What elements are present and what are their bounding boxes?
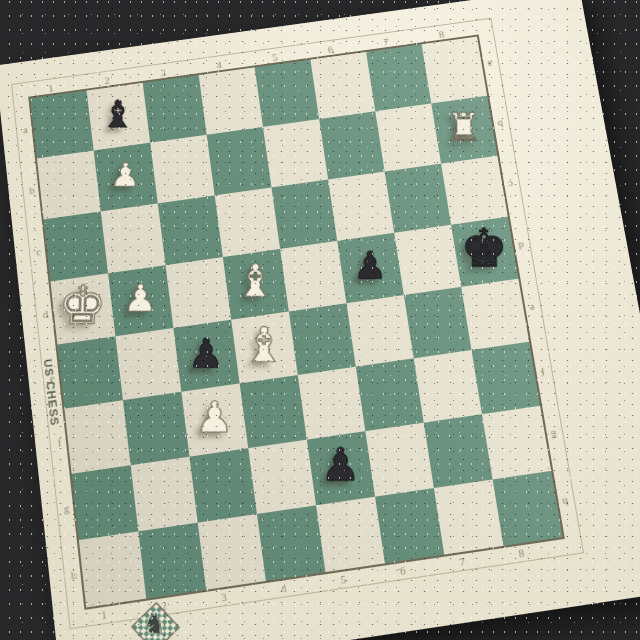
piece-black-pawn-e3: ♟ — [188, 333, 225, 373]
piece-white-pawn-b2: ♟ — [110, 159, 141, 192]
photo-backdrop: 12345678 12345678 abcdefgh abcdefgh US C… — [0, 0, 640, 640]
square-b1 — [37, 151, 101, 220]
knight-logo-icon: ♞ — [141, 606, 170, 640]
piece-white-pawn-f3: ♟ — [195, 396, 234, 439]
square-d7 — [394, 225, 461, 295]
piece-black-king-d8: ♚ — [460, 222, 509, 274]
square-f2 — [123, 392, 190, 465]
us-chess-logo: ♞ — [128, 598, 182, 640]
piece-black-pawn-d6: ♟ — [353, 247, 387, 285]
square-a7 — [366, 44, 431, 111]
square-e2 — [115, 328, 181, 400]
square-a4 — [199, 67, 263, 134]
square-f8 — [471, 342, 540, 414]
square-h1 — [79, 531, 146, 607]
square-g7 — [424, 414, 493, 488]
square-c2 — [101, 203, 166, 273]
square-a5 — [255, 60, 320, 127]
square-a6 — [310, 52, 375, 119]
square-e5 — [289, 303, 356, 375]
square-c1 — [44, 211, 108, 281]
square-b5 — [263, 119, 328, 187]
square-d3 — [166, 257, 232, 328]
piece-white-king-d1: ♚ — [57, 279, 107, 332]
square-f7 — [414, 350, 482, 423]
square-c8 — [441, 156, 508, 225]
square-b4 — [207, 127, 272, 196]
square-b6 — [319, 111, 384, 179]
square-c7 — [385, 164, 451, 233]
square-d5 — [280, 241, 346, 312]
square-g8 — [482, 406, 551, 480]
piece-white-bishop-d4: ♝ — [235, 259, 276, 304]
vinyl-chess-mat: 12345678 12345678 abcdefgh abcdefgh US C… — [0, 0, 640, 640]
square-b3 — [150, 135, 214, 204]
piece-black-pawn-g5: ♟ — [320, 443, 360, 488]
square-e8 — [461, 279, 529, 350]
square-b7 — [375, 103, 441, 171]
piece-white-pawn-d2: ♟ — [123, 280, 158, 318]
square-a8 — [422, 37, 488, 104]
square-c5 — [271, 179, 337, 248]
square-f4 — [240, 375, 307, 448]
square-h3 — [198, 514, 266, 590]
square-h6 — [375, 488, 444, 563]
square-h2 — [138, 523, 206, 599]
square-c4 — [215, 187, 280, 257]
chess-board-grid: ♝♟♜♚♟♝♟♚♟♝♟♟ — [30, 37, 562, 608]
square-g6 — [365, 423, 434, 497]
square-e6 — [346, 295, 413, 367]
square-h5 — [316, 497, 385, 572]
square-h7 — [434, 479, 504, 554]
board-border-band: 12345678 12345678 abcdefgh abcdefgh US C… — [11, 18, 584, 630]
square-g1 — [72, 465, 139, 540]
square-c3 — [158, 195, 223, 265]
square-g3 — [189, 448, 256, 523]
square-e7 — [404, 287, 472, 358]
square-f5 — [298, 367, 366, 440]
square-g2 — [131, 457, 198, 532]
piece-black-bishop-a2: ♝ — [100, 96, 136, 133]
square-e1 — [57, 336, 123, 408]
square-h4 — [257, 505, 325, 581]
piece-white-rook-b8: ♜ — [446, 108, 482, 147]
square-c6 — [328, 172, 394, 241]
square-g4 — [248, 440, 316, 514]
square-f1 — [64, 400, 130, 474]
square-a1 — [30, 91, 93, 159]
square-f6 — [356, 358, 424, 431]
square-a3 — [143, 75, 207, 143]
square-h8 — [493, 471, 563, 546]
piece-white-bishop-e4: ♝ — [242, 320, 286, 368]
